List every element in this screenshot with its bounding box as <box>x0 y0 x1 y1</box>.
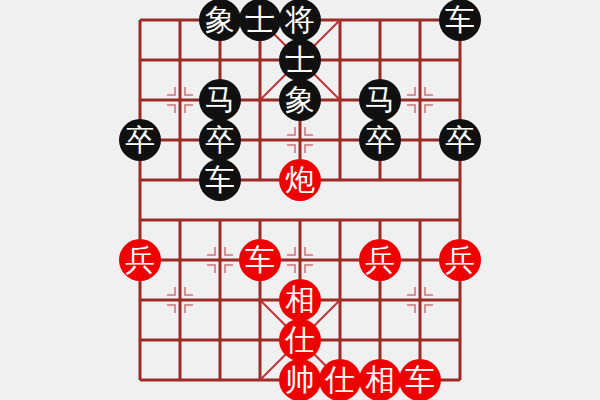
piece-red-elephant[interactable]: 相 <box>279 279 321 321</box>
point-mark <box>167 87 175 95</box>
point-mark <box>167 305 175 313</box>
point-mark <box>407 305 415 313</box>
piece-red-cannon[interactable]: 炮 <box>279 159 321 201</box>
point-mark <box>305 265 313 273</box>
point-mark <box>425 105 433 113</box>
piece-red-soldier[interactable]: 兵 <box>119 239 161 281</box>
piece-red-chariot[interactable]: 车 <box>399 359 441 400</box>
piece-red-advisor[interactable]: 仕 <box>279 319 321 361</box>
point-mark <box>185 305 193 313</box>
point-mark <box>425 287 433 295</box>
point-mark <box>287 127 295 135</box>
point-mark <box>287 265 295 273</box>
piece-red-chariot[interactable]: 车 <box>239 239 281 281</box>
piece-red-elephant[interactable]: 相 <box>359 359 401 400</box>
piece-black-horse[interactable]: 马 <box>359 79 401 121</box>
piece-black-elephant[interactable]: 象 <box>199 0 241 41</box>
point-mark <box>407 105 415 113</box>
piece-black-soldier[interactable]: 卒 <box>119 119 161 161</box>
piece-black-chariot[interactable]: 车 <box>199 159 241 201</box>
piece-black-horse[interactable]: 马 <box>199 79 241 121</box>
point-mark <box>425 87 433 95</box>
piece-black-chariot[interactable]: 车 <box>439 0 481 41</box>
piece-black-soldier[interactable]: 卒 <box>359 119 401 161</box>
point-mark <box>305 247 313 255</box>
point-mark <box>225 265 233 273</box>
point-mark <box>207 247 215 255</box>
point-mark <box>185 287 193 295</box>
point-mark <box>287 247 295 255</box>
piece-black-soldier[interactable]: 卒 <box>199 119 241 161</box>
piece-red-advisor[interactable]: 仕 <box>319 359 361 400</box>
piece-black-advisor[interactable]: 士 <box>239 0 281 41</box>
point-mark <box>225 247 233 255</box>
point-mark <box>167 105 175 113</box>
point-mark <box>407 287 415 295</box>
piece-red-soldier[interactable]: 兵 <box>439 239 481 281</box>
point-mark <box>185 87 193 95</box>
point-mark <box>305 127 313 135</box>
xiangqi-screen: 象士将车士马象马卒卒卒卒车炮兵车兵兵相仕帅仕相车 <box>0 0 600 400</box>
piece-black-elephant[interactable]: 象 <box>279 79 321 121</box>
point-mark <box>305 145 313 153</box>
piece-black-general[interactable]: 将 <box>279 0 321 41</box>
piece-red-soldier[interactable]: 兵 <box>359 239 401 281</box>
point-mark <box>287 145 295 153</box>
point-mark <box>407 87 415 95</box>
point-mark <box>167 287 175 295</box>
point-mark <box>185 105 193 113</box>
piece-black-advisor[interactable]: 士 <box>279 39 321 81</box>
point-mark <box>425 305 433 313</box>
point-mark <box>207 265 215 273</box>
piece-red-general[interactable]: 帅 <box>279 359 321 400</box>
piece-black-soldier[interactable]: 卒 <box>439 119 481 161</box>
